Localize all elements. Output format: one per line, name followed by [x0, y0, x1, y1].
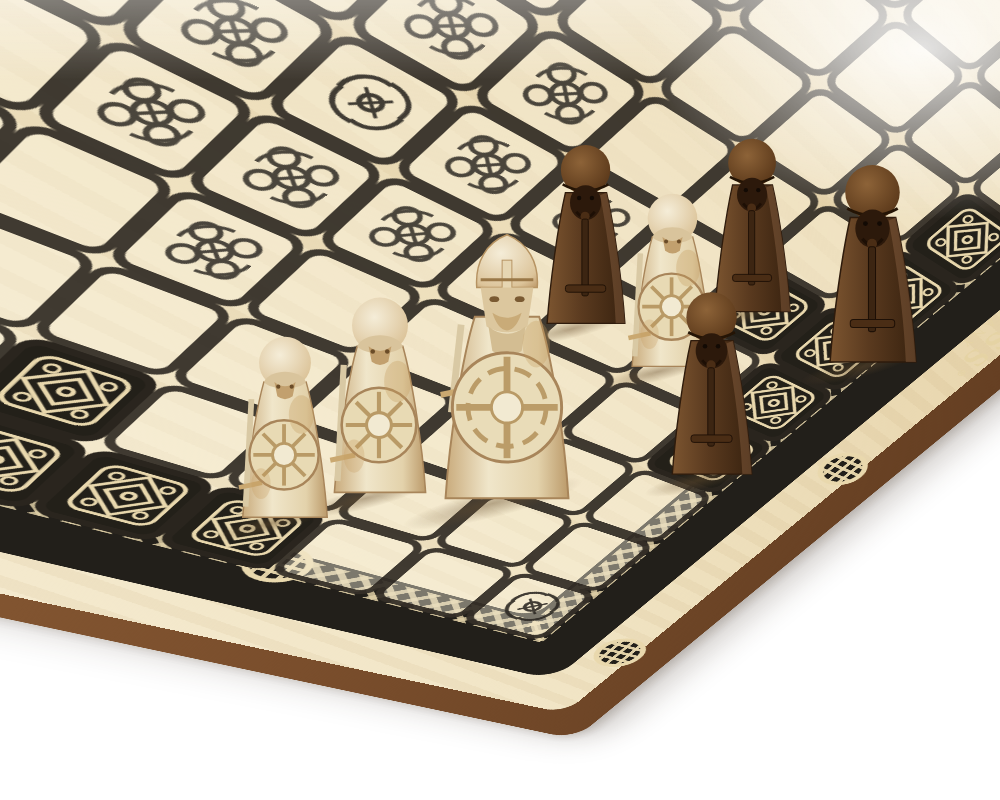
product-photo-stage: CHESS® COMPANY [0, 0, 1000, 800]
hnefatafl-board: CHESS® COMPANY [0, 0, 1000, 713]
